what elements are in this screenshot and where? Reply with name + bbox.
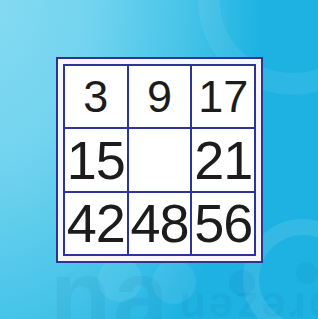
puzzle-board: 3 9 17 15 21 42 48 56: [56, 57, 263, 263]
grid-cell-r2c2-empty: [129, 129, 191, 190]
watermark-dot-icon: [229, 270, 255, 296]
grid-cell-r2c1: 15: [65, 129, 127, 190]
grid-cell-r3c2: 48: [129, 193, 191, 254]
grid-cell-r1c3: 17: [192, 66, 254, 127]
number-grid: 3 9 17 15 21 42 48 56: [63, 64, 256, 256]
watermark-circle-icon: [152, 260, 196, 304]
grid-cell-r1c1: 3: [65, 66, 127, 127]
grid-cell-r3c3: 56: [192, 193, 254, 254]
watermark-dot-icon: [296, 262, 318, 284]
watermark-flipped-text: prezen: [176, 283, 318, 319]
puzzle-background: na prezen 3 9 17 15 21 42 48 56: [0, 0, 318, 319]
grid-cell-r2c3: 21: [192, 129, 254, 190]
grid-cell-r1c2: 9: [129, 66, 191, 127]
watermark-circle-icon: [98, 258, 142, 302]
grid-cell-r3c1: 42: [65, 193, 127, 254]
